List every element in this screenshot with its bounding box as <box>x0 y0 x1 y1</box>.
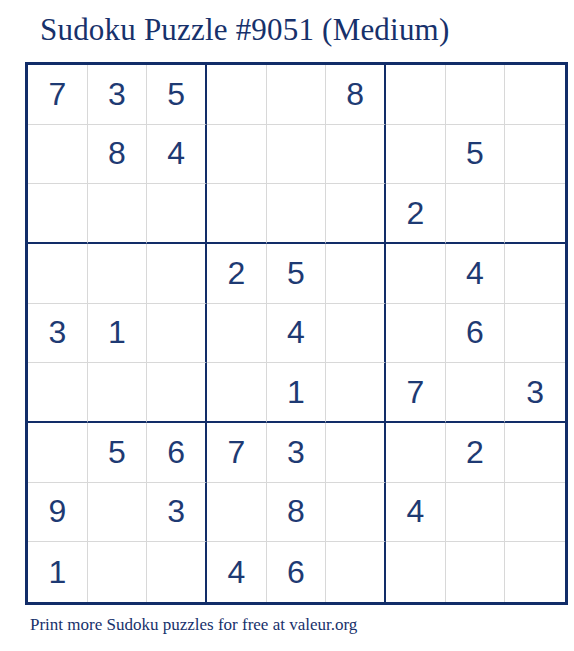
cell-r9c1[interactable]: 1 <box>28 542 88 602</box>
cell-r9c5[interactable]: 6 <box>267 542 327 602</box>
cell-r4c7[interactable] <box>386 244 446 304</box>
cell-r1c5[interactable] <box>267 65 327 125</box>
cell-r5c2[interactable]: 1 <box>88 304 148 364</box>
cell-r7c1[interactable] <box>28 423 88 483</box>
cell-r9c6[interactable] <box>326 542 386 602</box>
cell-r8c8[interactable] <box>446 483 506 543</box>
cell-r2c7[interactable] <box>386 125 446 185</box>
cell-r8c1[interactable]: 9 <box>28 483 88 543</box>
cell-r7c4[interactable]: 7 <box>207 423 267 483</box>
cell-r5c8[interactable]: 6 <box>446 304 506 364</box>
cell-r5c3[interactable] <box>147 304 207 364</box>
cell-r9c3[interactable] <box>147 542 207 602</box>
cell-r6c5[interactable]: 1 <box>267 363 327 423</box>
page-title: Sudoku Puzzle #9051 (Medium) <box>40 12 449 48</box>
cell-r3c3[interactable] <box>147 184 207 244</box>
cell-r7c6[interactable] <box>326 423 386 483</box>
cell-r6c6[interactable] <box>326 363 386 423</box>
cell-r7c7[interactable] <box>386 423 446 483</box>
cell-r9c4[interactable]: 4 <box>207 542 267 602</box>
cell-r6c3[interactable] <box>147 363 207 423</box>
cell-r6c8[interactable] <box>446 363 506 423</box>
cell-r2c6[interactable] <box>326 125 386 185</box>
cell-r1c3[interactable]: 5 <box>147 65 207 125</box>
cell-r2c5[interactable] <box>267 125 327 185</box>
cell-r3c8[interactable] <box>446 184 506 244</box>
cell-r5c6[interactable] <box>326 304 386 364</box>
cell-r2c3[interactable]: 4 <box>147 125 207 185</box>
cell-r5c4[interactable] <box>207 304 267 364</box>
cell-r3c4[interactable] <box>207 184 267 244</box>
cell-r4c1[interactable] <box>28 244 88 304</box>
cell-r9c8[interactable] <box>446 542 506 602</box>
cell-r7c3[interactable]: 6 <box>147 423 207 483</box>
cell-r4c6[interactable] <box>326 244 386 304</box>
cell-r4c5[interactable]: 5 <box>267 244 327 304</box>
cell-r9c7[interactable] <box>386 542 446 602</box>
cell-r5c9[interactable] <box>505 304 565 364</box>
cell-r9c9[interactable] <box>505 542 565 602</box>
cell-r7c5[interactable]: 3 <box>267 423 327 483</box>
cell-r5c7[interactable] <box>386 304 446 364</box>
cell-r4c3[interactable] <box>147 244 207 304</box>
cell-r6c7[interactable]: 7 <box>386 363 446 423</box>
cell-r1c6[interactable]: 8 <box>326 65 386 125</box>
cell-r5c1[interactable]: 3 <box>28 304 88 364</box>
cell-r8c6[interactable] <box>326 483 386 543</box>
cell-r2c1[interactable] <box>28 125 88 185</box>
cell-r1c9[interactable] <box>505 65 565 125</box>
cell-r1c7[interactable] <box>386 65 446 125</box>
cell-r3c2[interactable] <box>88 184 148 244</box>
cell-r2c8[interactable]: 5 <box>446 125 506 185</box>
cell-r1c4[interactable] <box>207 65 267 125</box>
cell-r4c4[interactable]: 2 <box>207 244 267 304</box>
cell-r3c7[interactable]: 2 <box>386 184 446 244</box>
cell-r9c2[interactable] <box>88 542 148 602</box>
cell-r6c4[interactable] <box>207 363 267 423</box>
cell-r4c9[interactable] <box>505 244 565 304</box>
cell-r3c1[interactable] <box>28 184 88 244</box>
cell-r3c6[interactable] <box>326 184 386 244</box>
cell-r1c2[interactable]: 3 <box>88 65 148 125</box>
cell-r2c4[interactable] <box>207 125 267 185</box>
cell-r6c1[interactable] <box>28 363 88 423</box>
cell-r8c2[interactable] <box>88 483 148 543</box>
cell-r1c1[interactable]: 7 <box>28 65 88 125</box>
footer-text: Print more Sudoku puzzles for free at va… <box>30 615 357 635</box>
cell-r8c3[interactable]: 3 <box>147 483 207 543</box>
cell-r8c4[interactable] <box>207 483 267 543</box>
cell-r7c2[interactable]: 5 <box>88 423 148 483</box>
cell-r6c9[interactable]: 3 <box>505 363 565 423</box>
cell-r4c8[interactable]: 4 <box>446 244 506 304</box>
cell-r8c9[interactable] <box>505 483 565 543</box>
cell-r4c2[interactable] <box>88 244 148 304</box>
cell-r1c8[interactable] <box>446 65 506 125</box>
cell-r3c9[interactable] <box>505 184 565 244</box>
sudoku-board: 735884522543146173567329384146 <box>25 62 568 605</box>
cell-r2c9[interactable] <box>505 125 565 185</box>
cell-r8c7[interactable]: 4 <box>386 483 446 543</box>
cell-r7c9[interactable] <box>505 423 565 483</box>
cell-r2c2[interactable]: 8 <box>88 125 148 185</box>
cell-r3c5[interactable] <box>267 184 327 244</box>
cell-r6c2[interactable] <box>88 363 148 423</box>
cell-r5c5[interactable]: 4 <box>267 304 327 364</box>
cell-r7c8[interactable]: 2 <box>446 423 506 483</box>
cell-r8c5[interactable]: 8 <box>267 483 327 543</box>
